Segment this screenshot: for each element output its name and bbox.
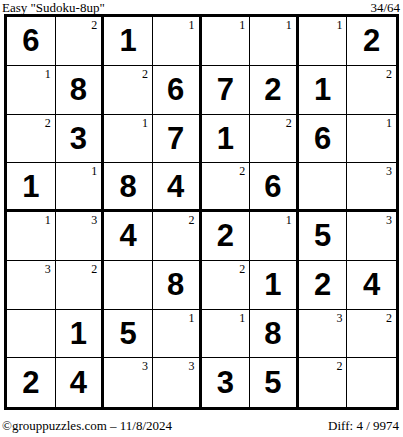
cell-r5c1[interactable]: 1: [7, 212, 56, 261]
cell-value: [56, 17, 102, 65]
cell-r5c8[interactable]: 3: [347, 212, 396, 261]
cell-r2c7[interactable]: 1: [299, 66, 348, 115]
cell-value: 8: [153, 261, 199, 309]
cell-value: [104, 115, 152, 163]
cell-r1c4[interactable]: 1: [153, 17, 202, 66]
cell-r2c6[interactable]: 2: [250, 66, 299, 115]
cell-r4c1[interactable]: 1: [7, 163, 56, 212]
cell-r8c6[interactable]: 5: [250, 358, 299, 407]
cell-value: 5: [250, 358, 296, 407]
cell-r5c6[interactable]: 1: [250, 212, 299, 261]
cell-value: [7, 310, 55, 358]
cell-r8c4[interactable]: 3: [153, 358, 202, 407]
cell-value: [153, 358, 199, 407]
cell-r1c8[interactable]: 2: [347, 17, 396, 66]
cell-value: 4: [56, 358, 102, 407]
cell-r7c6[interactable]: 8: [250, 310, 299, 359]
cell-value: [56, 212, 102, 260]
cell-r2c2[interactable]: 8: [56, 66, 105, 115]
cell-value: [153, 17, 199, 65]
cell-value: 4: [347, 261, 396, 309]
cell-r1c1[interactable]: 6: [7, 17, 56, 66]
cell-r5c5[interactable]: 2: [202, 212, 251, 261]
cell-r6c7[interactable]: 2: [299, 261, 348, 310]
cell-value: [250, 115, 296, 163]
cell-r3c4[interactable]: 7: [153, 115, 202, 164]
cell-value: 8: [250, 310, 296, 358]
cell-r4c2[interactable]: 1: [56, 163, 105, 212]
cell-value: 6: [7, 17, 55, 65]
cell-r4c4[interactable]: 4: [153, 163, 202, 212]
cell-r7c7[interactable]: 3: [299, 310, 348, 359]
cell-r1c2[interactable]: 2: [56, 17, 105, 66]
cell-r8c5[interactable]: 3: [202, 358, 251, 407]
cell-r6c5[interactable]: 2: [202, 261, 251, 310]
cell-r8c2[interactable]: 4: [56, 358, 105, 407]
cell-r5c4[interactable]: 2: [153, 212, 202, 261]
cell-value: [202, 163, 250, 209]
sudoku-board: 6211111218267212231712611184263134221533…: [4, 14, 399, 410]
cell-value: 8: [56, 66, 102, 114]
cell-r6c8[interactable]: 4: [347, 261, 396, 310]
cell-value: [347, 310, 396, 358]
cell-value: [153, 310, 199, 358]
cell-value: 7: [153, 115, 199, 163]
cell-r1c3[interactable]: 1: [104, 17, 153, 66]
cell-value: [347, 358, 396, 407]
copyright-text: ©grouppuzzles.com – 11/8/2024: [2, 418, 172, 433]
cell-value: [347, 66, 396, 114]
cell-r1c6[interactable]: 1: [250, 17, 299, 66]
cell-r3c6[interactable]: 2: [250, 115, 299, 164]
cell-r8c7[interactable]: 2: [299, 358, 348, 407]
cell-r5c7[interactable]: 5: [299, 212, 348, 261]
cell-value: 3: [202, 358, 250, 407]
cell-value: [7, 115, 55, 163]
cell-r1c7[interactable]: 1: [299, 17, 348, 66]
puzzle-page: Easy "Sudoku-8up" 34/64 6211111218267212…: [0, 0, 403, 437]
cell-r8c1[interactable]: 2: [7, 358, 56, 407]
cell-value: [7, 261, 55, 309]
cell-value: [56, 261, 102, 309]
cell-r6c2[interactable]: 2: [56, 261, 105, 310]
cell-r3c3[interactable]: 1: [104, 115, 153, 164]
cell-value: [299, 17, 347, 65]
cell-value: 2: [250, 66, 296, 114]
cell-r3c1[interactable]: 2: [7, 115, 56, 164]
cell-r8c8[interactable]: [347, 358, 396, 407]
cell-value: 8: [104, 163, 152, 209]
cell-value: 1: [202, 115, 250, 163]
cell-value: [202, 261, 250, 309]
cell-r5c2[interactable]: 3: [56, 212, 105, 261]
cell-r3c2[interactable]: 3: [56, 115, 105, 164]
cell-value: [202, 17, 250, 65]
cell-value: [347, 163, 396, 209]
cell-value: [202, 310, 250, 358]
difficulty-text: Diff: 4 / 9974: [328, 418, 399, 433]
cell-value: [250, 17, 296, 65]
cell-r2c5[interactable]: 7: [202, 66, 251, 115]
cell-r2c1[interactable]: 1: [7, 66, 56, 115]
cell-value: [104, 358, 152, 407]
cell-value: [299, 310, 347, 358]
cell-value: [7, 66, 55, 114]
cell-value: [7, 212, 55, 260]
cell-r3c5[interactable]: 1: [202, 115, 251, 164]
cell-r7c8[interactable]: 2: [347, 310, 396, 359]
cell-value: 1: [104, 17, 152, 65]
cell-value: 1: [299, 66, 347, 114]
cell-value: 4: [153, 163, 199, 209]
cell-value: 2: [299, 261, 347, 309]
cell-value: 6: [250, 163, 296, 209]
cell-r4c5[interactable]: 2: [202, 163, 251, 212]
cell-value: 1: [56, 310, 102, 358]
cell-r2c4[interactable]: 6: [153, 66, 202, 115]
cell-value: [250, 212, 296, 260]
cell-value: 2: [347, 17, 396, 65]
cell-value: 6: [153, 66, 199, 114]
cell-r2c3[interactable]: 2: [104, 66, 153, 115]
cell-r6c6[interactable]: 1: [250, 261, 299, 310]
cell-r1c5[interactable]: 1: [202, 17, 251, 66]
cell-value: 5: [104, 310, 152, 358]
cell-r3c8[interactable]: 1: [347, 115, 396, 164]
header: Easy "Sudoku-8up" 34/64: [0, 0, 403, 14]
cell-value: 7: [202, 66, 250, 114]
cell-r4c3[interactable]: 8: [104, 163, 153, 212]
cell-r7c2[interactable]: 1: [56, 310, 105, 359]
cell-r6c4[interactable]: 8: [153, 261, 202, 310]
cell-value: [104, 261, 152, 309]
cell-r6c3[interactable]: [104, 261, 153, 310]
puzzle-title: Easy "Sudoku-8up": [2, 1, 105, 14]
cell-r4c7[interactable]: [299, 163, 348, 212]
cell-r5c3[interactable]: 4: [104, 212, 153, 261]
cell-value: [299, 358, 347, 407]
cell-r7c5[interactable]: 1: [202, 310, 251, 359]
cell-r3c7[interactable]: 6: [299, 115, 348, 164]
cell-value: [347, 115, 396, 163]
cell-value: [104, 66, 152, 114]
cell-value: [347, 212, 396, 260]
cell-value: 3: [56, 115, 102, 163]
cell-r4c8[interactable]: 3: [347, 163, 396, 212]
progress-counter: 34/64: [370, 1, 400, 14]
cell-r6c1[interactable]: 3: [7, 261, 56, 310]
cell-value: 2: [7, 358, 55, 407]
footer: ©grouppuzzles.com – 11/8/2024 Diff: 4 / …: [0, 410, 403, 433]
cell-value: [299, 163, 347, 209]
cell-r7c1[interactable]: [7, 310, 56, 359]
cell-value: 1: [7, 163, 55, 209]
cell-r2c8[interactable]: 2: [347, 66, 396, 115]
cell-value: 4: [104, 212, 152, 260]
cell-value: 6: [299, 115, 347, 163]
cell-r7c3[interactable]: 5: [104, 310, 153, 359]
cell-r7c4[interactable]: 1: [153, 310, 202, 359]
cell-r4c6[interactable]: 6: [250, 163, 299, 212]
cell-value: 1: [250, 261, 296, 309]
cell-value: 2: [202, 212, 250, 260]
cell-value: 5: [299, 212, 347, 260]
cell-value: [153, 212, 199, 260]
cell-r8c3[interactable]: 3: [104, 358, 153, 407]
cell-value: [56, 163, 102, 209]
